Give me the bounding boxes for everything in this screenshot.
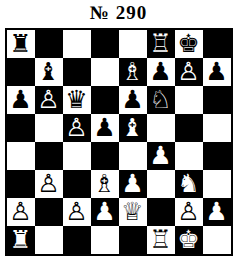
square-c4[interactable] (63, 142, 91, 170)
square-f8[interactable]: ♖ (147, 30, 175, 58)
square-d7[interactable] (91, 58, 119, 86)
square-b8[interactable] (35, 30, 63, 58)
square-h2[interactable]: ♟ (203, 198, 231, 226)
square-d4[interactable] (91, 142, 119, 170)
square-c1[interactable] (63, 226, 91, 254)
square-h7[interactable]: ♟ (203, 58, 231, 86)
square-e3[interactable]: ♟ (119, 170, 147, 198)
white-rook-a1: ♜ (7, 226, 35, 254)
square-f3[interactable] (147, 170, 175, 198)
square-d3[interactable]: ♗ (91, 170, 119, 198)
square-a1[interactable]: ♜ (7, 226, 35, 254)
square-h4[interactable] (203, 142, 231, 170)
black-pawn-f7: ♟ (147, 58, 175, 86)
square-b2[interactable] (35, 198, 63, 226)
square-e4[interactable] (119, 142, 147, 170)
square-d5[interactable]: ♟ (91, 114, 119, 142)
square-g5[interactable] (175, 114, 203, 142)
square-f5[interactable] (147, 114, 175, 142)
black-pawn-a6: ♟ (7, 86, 35, 114)
square-d8[interactable] (91, 30, 119, 58)
square-b7[interactable]: ♝ (35, 58, 63, 86)
square-d6[interactable] (91, 86, 119, 114)
square-b1[interactable] (35, 226, 63, 254)
white-pawn-f4: ♟ (147, 142, 175, 170)
square-a8[interactable]: ♜ (7, 30, 35, 58)
square-c2[interactable]: ♙ (63, 198, 91, 226)
white-pawn-b3: ♙ (35, 170, 63, 198)
square-e5[interactable]: ♝ (119, 114, 147, 142)
square-c8[interactable] (63, 30, 91, 58)
square-d2[interactable]: ♟ (91, 198, 119, 226)
black-rook-f8: ♖ (147, 30, 175, 58)
square-f1[interactable]: ♖ (147, 226, 175, 254)
square-f2[interactable] (147, 198, 175, 226)
black-rook-a8: ♜ (7, 30, 35, 58)
black-pawn-b6: ♙ (35, 86, 63, 114)
white-knight-g3: ♞ (175, 170, 203, 198)
square-c5[interactable]: ♙ (63, 114, 91, 142)
square-h6[interactable] (203, 86, 231, 114)
black-pawn-e6: ♟ (119, 86, 147, 114)
square-a5[interactable] (7, 114, 35, 142)
black-bishop-e7: ♗ (119, 58, 147, 86)
square-g2[interactable]: ♙ (175, 198, 203, 226)
white-bishop-d3: ♗ (91, 170, 119, 198)
square-g7[interactable]: ♙ (175, 58, 203, 86)
square-f6[interactable]: ♘ (147, 86, 175, 114)
square-e6[interactable]: ♟ (119, 86, 147, 114)
square-a4[interactable] (7, 142, 35, 170)
square-b4[interactable] (35, 142, 63, 170)
square-d1[interactable] (91, 226, 119, 254)
white-bishop-e5: ♝ (119, 114, 147, 142)
square-c3[interactable] (63, 170, 91, 198)
white-pawn-c2: ♙ (63, 198, 91, 226)
square-a6[interactable]: ♟ (7, 86, 35, 114)
white-queen-e2: ♕ (119, 198, 147, 226)
black-bishop-b7: ♝ (35, 58, 63, 86)
chess-diagram-page: № 290 ♜♖♚♝♗♟♙♟♟♙♛♟♘♙♟♝♟♙♗♟♞♙♙♟♕♙♟♜♖♚ (0, 0, 237, 261)
white-pawn-d2: ♟ (91, 198, 119, 226)
square-b3[interactable]: ♙ (35, 170, 63, 198)
white-pawn-a2: ♙ (7, 198, 35, 226)
white-pawn-h2: ♟ (203, 198, 231, 226)
square-g4[interactable] (175, 142, 203, 170)
black-pawn-c5: ♙ (63, 114, 91, 142)
square-b6[interactable]: ♙ (35, 86, 63, 114)
black-pawn-d5: ♟ (91, 114, 119, 142)
white-rook-f1: ♖ (147, 226, 175, 254)
square-h1[interactable] (203, 226, 231, 254)
white-king-g1: ♚ (175, 226, 203, 254)
square-e1[interactable] (119, 226, 147, 254)
diagram-number-title: № 290 (0, 0, 237, 26)
square-g1[interactable]: ♚ (175, 226, 203, 254)
square-g6[interactable] (175, 86, 203, 114)
square-e7[interactable]: ♗ (119, 58, 147, 86)
square-f7[interactable]: ♟ (147, 58, 175, 86)
square-h3[interactable] (203, 170, 231, 198)
white-pawn-e3: ♟ (119, 170, 147, 198)
black-pawn-g7: ♙ (175, 58, 203, 86)
square-h5[interactable] (203, 114, 231, 142)
black-pawn-h7: ♟ (203, 58, 231, 86)
black-queen-c6: ♛ (63, 86, 91, 114)
square-e8[interactable] (119, 30, 147, 58)
square-e2[interactable]: ♕ (119, 198, 147, 226)
square-g3[interactable]: ♞ (175, 170, 203, 198)
black-king-g8: ♚ (175, 30, 203, 58)
square-a2[interactable]: ♙ (7, 198, 35, 226)
square-h8[interactable] (203, 30, 231, 58)
square-g8[interactable]: ♚ (175, 30, 203, 58)
square-a3[interactable] (7, 170, 35, 198)
square-f4[interactable]: ♟ (147, 142, 175, 170)
square-c6[interactable]: ♛ (63, 86, 91, 114)
chess-board: ♜♖♚♝♗♟♙♟♟♙♛♟♘♙♟♝♟♙♗♟♞♙♙♟♕♙♟♜♖♚ (5, 28, 233, 256)
square-a7[interactable] (7, 58, 35, 86)
square-c7[interactable] (63, 58, 91, 86)
black-knight-f6: ♘ (147, 86, 175, 114)
square-b5[interactable] (35, 114, 63, 142)
white-pawn-g2: ♙ (175, 198, 203, 226)
